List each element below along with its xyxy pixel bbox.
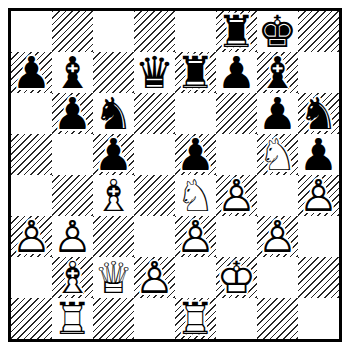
square-c1[interactable] xyxy=(93,298,134,339)
square-b1[interactable]: ♜♖ xyxy=(52,298,93,339)
square-c2[interactable]: ♛♕ xyxy=(93,257,134,298)
piece-black-bishop: ♝♝ xyxy=(257,52,298,93)
square-f8[interactable]: ♜♜ xyxy=(216,11,257,52)
square-g4[interactable] xyxy=(257,175,298,216)
square-f7[interactable]: ♟♟ xyxy=(216,52,257,93)
piece-white-bishop: ♝♗ xyxy=(93,175,134,216)
square-c7[interactable] xyxy=(93,52,134,93)
square-f4[interactable]: ♟♙ xyxy=(216,175,257,216)
square-g7[interactable]: ♝♝ xyxy=(257,52,298,93)
chess-board: ♜♜♚♚♟♟♝♝♛♛♜♜♟♟♝♝♟♟♞♞♟♟♞♞♟♟♟♟♞♘♟♟♝♗♞♘♟♙♟♙… xyxy=(11,11,339,339)
piece-white-knight: ♞♘ xyxy=(257,134,298,175)
square-b8[interactable] xyxy=(52,11,93,52)
square-e2[interactable] xyxy=(175,257,216,298)
square-c8[interactable] xyxy=(93,11,134,52)
square-e8[interactable] xyxy=(175,11,216,52)
square-e3[interactable]: ♟♙ xyxy=(175,216,216,257)
square-e1[interactable]: ♜♖ xyxy=(175,298,216,339)
piece-white-rook: ♜♖ xyxy=(175,298,216,339)
square-c6[interactable]: ♞♞ xyxy=(93,93,134,134)
square-a3[interactable]: ♟♙ xyxy=(11,216,52,257)
piece-white-knight: ♞♘ xyxy=(175,175,216,216)
square-e4[interactable]: ♞♘ xyxy=(175,175,216,216)
piece-white-queen: ♛♕ xyxy=(93,257,134,298)
square-f2[interactable]: ♚♔ xyxy=(216,257,257,298)
square-h5[interactable]: ♟♟ xyxy=(298,134,339,175)
square-g3[interactable]: ♟♙ xyxy=(257,216,298,257)
square-b5[interactable] xyxy=(52,134,93,175)
square-h8[interactable] xyxy=(298,11,339,52)
piece-black-rook: ♜♜ xyxy=(175,52,216,93)
piece-black-pawn: ♟♟ xyxy=(52,93,93,134)
square-e6[interactable] xyxy=(175,93,216,134)
piece-white-pawn: ♟♙ xyxy=(216,175,257,216)
square-c5[interactable]: ♟♟ xyxy=(93,134,134,175)
piece-black-pawn: ♟♟ xyxy=(93,134,134,175)
square-h6[interactable]: ♞♞ xyxy=(298,93,339,134)
square-e7[interactable]: ♜♜ xyxy=(175,52,216,93)
piece-black-king: ♚♚ xyxy=(257,11,298,52)
board-frame: ♜♜♚♚♟♟♝♝♛♛♜♜♟♟♝♝♟♟♞♞♟♟♞♞♟♟♟♟♞♘♟♟♝♗♞♘♟♙♟♙… xyxy=(8,8,342,342)
square-a2[interactable] xyxy=(11,257,52,298)
square-h7[interactable] xyxy=(298,52,339,93)
chess-diagram: ♜♜♚♚♟♟♝♝♛♛♜♜♟♟♝♝♟♟♞♞♟♟♞♞♟♟♟♟♞♘♟♟♝♗♞♘♟♙♟♙… xyxy=(0,0,350,350)
piece-white-pawn: ♟♙ xyxy=(298,175,339,216)
square-f6[interactable] xyxy=(216,93,257,134)
piece-black-pawn: ♟♟ xyxy=(298,134,339,175)
square-d2[interactable]: ♟♙ xyxy=(134,257,175,298)
square-d7[interactable]: ♛♛ xyxy=(134,52,175,93)
piece-white-pawn: ♟♙ xyxy=(134,257,175,298)
square-d4[interactable] xyxy=(134,175,175,216)
square-h2[interactable] xyxy=(298,257,339,298)
square-h4[interactable]: ♟♙ xyxy=(298,175,339,216)
piece-black-pawn: ♟♟ xyxy=(216,52,257,93)
square-a4[interactable] xyxy=(11,175,52,216)
piece-black-rook: ♜♜ xyxy=(216,11,257,52)
square-g8[interactable]: ♚♚ xyxy=(257,11,298,52)
square-b2[interactable]: ♝♗ xyxy=(52,257,93,298)
square-c4[interactable]: ♝♗ xyxy=(93,175,134,216)
square-g5[interactable]: ♞♘ xyxy=(257,134,298,175)
square-g6[interactable]: ♟♟ xyxy=(257,93,298,134)
piece-white-king: ♚♔ xyxy=(216,257,257,298)
piece-black-queen: ♛♛ xyxy=(134,52,175,93)
square-d6[interactable] xyxy=(134,93,175,134)
square-h3[interactable] xyxy=(298,216,339,257)
piece-white-pawn: ♟♙ xyxy=(175,216,216,257)
square-g2[interactable] xyxy=(257,257,298,298)
square-c3[interactable] xyxy=(93,216,134,257)
square-b6[interactable]: ♟♟ xyxy=(52,93,93,134)
square-d1[interactable] xyxy=(134,298,175,339)
square-f3[interactable] xyxy=(216,216,257,257)
square-a5[interactable] xyxy=(11,134,52,175)
piece-white-pawn: ♟♙ xyxy=(257,216,298,257)
square-a1[interactable] xyxy=(11,298,52,339)
square-a8[interactable] xyxy=(11,11,52,52)
piece-black-pawn: ♟♟ xyxy=(175,134,216,175)
square-a7[interactable]: ♟♟ xyxy=(11,52,52,93)
square-f1[interactable] xyxy=(216,298,257,339)
square-g1[interactable] xyxy=(257,298,298,339)
piece-black-pawn: ♟♟ xyxy=(257,93,298,134)
piece-black-pawn: ♟♟ xyxy=(11,52,52,93)
piece-white-pawn: ♟♙ xyxy=(52,216,93,257)
square-d5[interactable] xyxy=(134,134,175,175)
piece-black-knight: ♞♞ xyxy=(93,93,134,134)
piece-black-knight: ♞♞ xyxy=(298,93,339,134)
square-d8[interactable] xyxy=(134,11,175,52)
piece-white-rook: ♜♖ xyxy=(52,298,93,339)
square-a6[interactable] xyxy=(11,93,52,134)
piece-white-bishop: ♝♗ xyxy=(52,257,93,298)
square-b4[interactable] xyxy=(52,175,93,216)
square-b3[interactable]: ♟♙ xyxy=(52,216,93,257)
piece-black-bishop: ♝♝ xyxy=(52,52,93,93)
square-h1[interactable] xyxy=(298,298,339,339)
piece-white-pawn: ♟♙ xyxy=(11,216,52,257)
square-e5[interactable]: ♟♟ xyxy=(175,134,216,175)
square-d3[interactable] xyxy=(134,216,175,257)
square-f5[interactable] xyxy=(216,134,257,175)
square-b7[interactable]: ♝♝ xyxy=(52,52,93,93)
